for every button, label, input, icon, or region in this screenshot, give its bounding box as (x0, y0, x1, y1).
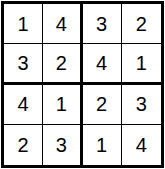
cell-r1c4[interactable]: 2 (122, 4, 161, 44)
cell-r3c1[interactable]: 4 (4, 85, 43, 125)
cell-r4c2[interactable]: 3 (43, 125, 82, 165)
cell-r1c3[interactable]: 3 (83, 4, 122, 44)
cell-r2c1[interactable]: 3 (4, 44, 43, 84)
cell-r4c3[interactable]: 1 (83, 125, 122, 165)
sudoku-page: 1 4 3 2 3 2 4 1 4 1 2 3 2 3 1 4 (0, 0, 165, 169)
cell-r2c3[interactable]: 4 (83, 44, 122, 84)
cell-r1c2[interactable]: 4 (43, 4, 82, 44)
cell-r4c1[interactable]: 2 (4, 125, 43, 165)
cell-r2c4[interactable]: 1 (122, 44, 161, 84)
cell-r3c3[interactable]: 2 (83, 85, 122, 125)
cell-r1c1[interactable]: 1 (4, 4, 43, 44)
cell-r2c2[interactable]: 2 (43, 44, 82, 84)
sudoku-board: 1 4 3 2 3 2 4 1 4 1 2 3 2 3 1 4 (1, 1, 164, 168)
cell-r3c2[interactable]: 1 (43, 85, 82, 125)
cell-r4c4[interactable]: 4 (122, 125, 161, 165)
cell-r3c4[interactable]: 3 (122, 85, 161, 125)
